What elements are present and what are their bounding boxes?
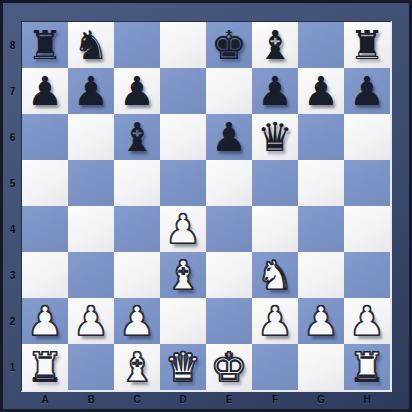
square-e4[interactable] (206, 206, 252, 252)
square-g4[interactable] (298, 206, 344, 252)
rank-label-5: 5 (3, 160, 22, 206)
square-a6[interactable] (22, 114, 68, 160)
black-pawn[interactable]: ♟ (114, 68, 160, 114)
white-pawn[interactable]: ♟ (252, 298, 298, 344)
white-pawn[interactable]: ♟ (344, 298, 390, 344)
square-a5[interactable] (22, 160, 68, 206)
white-rook[interactable]: ♜ (22, 344, 68, 390)
square-a2[interactable]: ♟ (22, 298, 68, 344)
square-e2[interactable] (206, 298, 252, 344)
square-h3[interactable] (344, 252, 390, 298)
white-queen[interactable]: ♛ (160, 344, 206, 390)
file-label-a: A (22, 390, 68, 409)
black-pawn[interactable]: ♟ (344, 68, 390, 114)
black-rook[interactable]: ♜ (344, 22, 390, 68)
square-f3[interactable]: ♞ (252, 252, 298, 298)
square-e6[interactable]: ♟ (206, 114, 252, 160)
square-c8[interactable] (114, 22, 160, 68)
square-a3[interactable] (22, 252, 68, 298)
white-rook[interactable]: ♜ (344, 344, 390, 390)
square-h1[interactable]: ♜ (344, 344, 390, 390)
square-b4[interactable] (68, 206, 114, 252)
black-bishop[interactable]: ♝ (252, 22, 298, 68)
square-h4[interactable] (344, 206, 390, 252)
square-b6[interactable] (68, 114, 114, 160)
rank-label-3: 3 (3, 252, 22, 298)
square-f5[interactable] (252, 160, 298, 206)
file-label-h: H (344, 390, 390, 409)
square-a1[interactable]: ♜ (22, 344, 68, 390)
rank-label-6: 6 (3, 114, 22, 160)
chess-board-frame: 87654321 ABCDEFGH ♜♞♚♝♜♟♟♟♟♟♟♝♟♛♟♝♞♟♟♟♟♟… (0, 0, 412, 412)
square-g3[interactable] (298, 252, 344, 298)
white-pawn[interactable]: ♟ (68, 298, 114, 344)
square-h6[interactable] (344, 114, 390, 160)
black-king[interactable]: ♚ (206, 22, 252, 68)
black-pawn[interactable]: ♟ (252, 68, 298, 114)
file-label-f: F (252, 390, 298, 409)
rank-labels: 87654321 (3, 22, 22, 390)
square-f2[interactable]: ♟ (252, 298, 298, 344)
square-b3[interactable] (68, 252, 114, 298)
file-label-c: C (114, 390, 160, 409)
black-queen[interactable]: ♛ (252, 114, 298, 160)
square-f6[interactable]: ♛ (252, 114, 298, 160)
square-b1[interactable] (68, 344, 114, 390)
file-label-g: G (298, 390, 344, 409)
square-c5[interactable] (114, 160, 160, 206)
file-labels: ABCDEFGH (22, 390, 394, 409)
square-c7[interactable]: ♟ (114, 68, 160, 114)
file-label-b: B (68, 390, 114, 409)
square-d7[interactable] (160, 68, 206, 114)
square-d6[interactable] (160, 114, 206, 160)
board-grid: ♜♞♚♝♜♟♟♟♟♟♟♝♟♛♟♝♞♟♟♟♟♟♟♜♝♛♚♜ (21, 21, 392, 392)
square-e1[interactable]: ♚ (206, 344, 252, 390)
file-label-d: D (160, 390, 206, 409)
square-g6[interactable] (298, 114, 344, 160)
square-a7[interactable]: ♟ (22, 68, 68, 114)
square-h5[interactable] (344, 160, 390, 206)
square-e8[interactable]: ♚ (206, 22, 252, 68)
square-f4[interactable] (252, 206, 298, 252)
square-f1[interactable] (252, 344, 298, 390)
rank-label-7: 7 (3, 68, 22, 114)
black-rook[interactable]: ♜ (22, 22, 68, 68)
square-g5[interactable] (298, 160, 344, 206)
white-bishop[interactable]: ♝ (114, 344, 160, 390)
square-f8[interactable]: ♝ (252, 22, 298, 68)
square-h2[interactable]: ♟ (344, 298, 390, 344)
square-g7[interactable]: ♟ (298, 68, 344, 114)
white-pawn[interactable]: ♟ (298, 298, 344, 344)
square-g2[interactable]: ♟ (298, 298, 344, 344)
black-pawn[interactable]: ♟ (22, 68, 68, 114)
square-b7[interactable]: ♟ (68, 68, 114, 114)
square-e7[interactable] (206, 68, 252, 114)
square-a8[interactable]: ♜ (22, 22, 68, 68)
rank-label-2: 2 (3, 298, 22, 344)
black-pawn[interactable]: ♟ (68, 68, 114, 114)
white-knight[interactable]: ♞ (252, 252, 298, 298)
square-g8[interactable] (298, 22, 344, 68)
square-d5[interactable] (160, 160, 206, 206)
square-c4[interactable] (114, 206, 160, 252)
black-pawn[interactable]: ♟ (206, 114, 252, 160)
square-c2[interactable]: ♟ (114, 298, 160, 344)
black-pawn[interactable]: ♟ (298, 68, 344, 114)
white-pawn[interactable]: ♟ (160, 206, 206, 252)
square-c3[interactable] (114, 252, 160, 298)
square-d1[interactable]: ♛ (160, 344, 206, 390)
square-c6[interactable]: ♝ (114, 114, 160, 160)
square-f7[interactable]: ♟ (252, 68, 298, 114)
square-h7[interactable]: ♟ (344, 68, 390, 114)
black-bishop[interactable]: ♝ (114, 114, 160, 160)
square-d3[interactable]: ♝ (160, 252, 206, 298)
rank-label-8: 8 (3, 22, 22, 68)
square-b5[interactable] (68, 160, 114, 206)
square-e5[interactable] (206, 160, 252, 206)
white-bishop[interactable]: ♝ (160, 252, 206, 298)
file-label-e: E (206, 390, 252, 409)
square-h8[interactable]: ♜ (344, 22, 390, 68)
white-pawn[interactable]: ♟ (114, 298, 160, 344)
black-knight[interactable]: ♞ (68, 22, 114, 68)
square-e3[interactable] (206, 252, 252, 298)
white-king[interactable]: ♚ (206, 344, 252, 390)
square-d2[interactable] (160, 298, 206, 344)
white-pawn[interactable]: ♟ (22, 298, 68, 344)
square-c1[interactable]: ♝ (114, 344, 160, 390)
square-a4[interactable] (22, 206, 68, 252)
square-b8[interactable]: ♞ (68, 22, 114, 68)
square-g1[interactable] (298, 344, 344, 390)
square-b2[interactable]: ♟ (68, 298, 114, 344)
square-d8[interactable] (160, 22, 206, 68)
rank-label-4: 4 (3, 206, 22, 252)
rank-label-1: 1 (3, 344, 22, 390)
square-d4[interactable]: ♟ (160, 206, 206, 252)
